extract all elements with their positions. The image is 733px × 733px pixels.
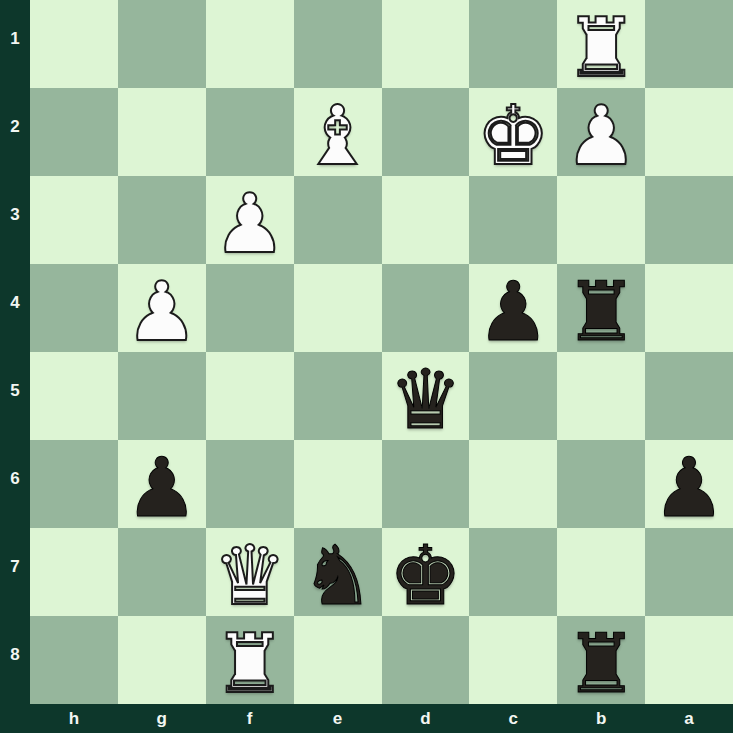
square-a2[interactable] bbox=[645, 88, 733, 176]
square-g4[interactable]: ♟ bbox=[118, 264, 206, 352]
square-h2[interactable] bbox=[30, 88, 118, 176]
square-d3[interactable] bbox=[382, 176, 470, 264]
square-e7[interactable]: ♞ bbox=[294, 528, 382, 616]
square-f5[interactable] bbox=[206, 352, 294, 440]
rank-label-5: 5 bbox=[0, 352, 30, 440]
square-b6[interactable] bbox=[557, 440, 645, 528]
square-e6[interactable] bbox=[294, 440, 382, 528]
square-c7[interactable] bbox=[469, 528, 557, 616]
square-f4[interactable] bbox=[206, 264, 294, 352]
square-f6[interactable] bbox=[206, 440, 294, 528]
file-label-h: h bbox=[30, 704, 118, 733]
chess-board: ♜♝♚♟♟♟♟♜♛♟♟♛♞♚♜♜ bbox=[30, 0, 733, 704]
black-pawn-c4[interactable]: ♟ bbox=[477, 271, 551, 353]
white-king-c2[interactable]: ♚ bbox=[477, 95, 551, 177]
square-d8[interactable] bbox=[382, 616, 470, 704]
white-queen-f7[interactable]: ♛ bbox=[213, 535, 287, 617]
square-c1[interactable] bbox=[469, 0, 557, 88]
square-a1[interactable] bbox=[645, 0, 733, 88]
file-label-e: e bbox=[294, 704, 382, 733]
rank-label-7: 7 bbox=[0, 528, 30, 616]
rank-label-2: 2 bbox=[0, 88, 30, 176]
black-pawn-a6[interactable]: ♟ bbox=[652, 447, 726, 529]
square-d1[interactable] bbox=[382, 0, 470, 88]
square-h5[interactable] bbox=[30, 352, 118, 440]
square-e5[interactable] bbox=[294, 352, 382, 440]
rank-label-4: 4 bbox=[0, 264, 30, 352]
file-label-c: c bbox=[469, 704, 557, 733]
rank-label-8: 8 bbox=[0, 616, 30, 704]
square-g7[interactable] bbox=[118, 528, 206, 616]
square-a7[interactable] bbox=[645, 528, 733, 616]
square-b7[interactable] bbox=[557, 528, 645, 616]
square-g8[interactable] bbox=[118, 616, 206, 704]
square-e3[interactable] bbox=[294, 176, 382, 264]
square-c2[interactable]: ♚ bbox=[469, 88, 557, 176]
square-h1[interactable] bbox=[30, 0, 118, 88]
square-a4[interactable] bbox=[645, 264, 733, 352]
square-c5[interactable] bbox=[469, 352, 557, 440]
square-h7[interactable] bbox=[30, 528, 118, 616]
square-e1[interactable] bbox=[294, 0, 382, 88]
black-rook-b8[interactable]: ♜ bbox=[564, 623, 638, 705]
square-e8[interactable] bbox=[294, 616, 382, 704]
file-label-g: g bbox=[118, 704, 206, 733]
square-b4[interactable]: ♜ bbox=[557, 264, 645, 352]
square-g2[interactable] bbox=[118, 88, 206, 176]
square-b8[interactable]: ♜ bbox=[557, 616, 645, 704]
square-g1[interactable] bbox=[118, 0, 206, 88]
square-g6[interactable]: ♟ bbox=[118, 440, 206, 528]
square-b3[interactable] bbox=[557, 176, 645, 264]
file-label-a: a bbox=[645, 704, 733, 733]
square-c6[interactable] bbox=[469, 440, 557, 528]
square-d4[interactable] bbox=[382, 264, 470, 352]
square-d6[interactable] bbox=[382, 440, 470, 528]
black-rook-b4[interactable]: ♜ bbox=[564, 271, 638, 353]
square-h3[interactable] bbox=[30, 176, 118, 264]
black-knight-e7[interactable]: ♞ bbox=[301, 535, 375, 617]
white-rook-b1[interactable]: ♜ bbox=[564, 7, 638, 89]
rank-label-1: 1 bbox=[0, 0, 30, 88]
square-f7[interactable]: ♛ bbox=[206, 528, 294, 616]
chess-board-panel: 12345678 ♜♝♚♟♟♟♟♜♛♟♟♛♞♚♜♜ hgfedcba bbox=[0, 0, 733, 733]
square-a8[interactable] bbox=[645, 616, 733, 704]
black-queen-d5[interactable]: ♛ bbox=[389, 359, 463, 441]
square-d5[interactable]: ♛ bbox=[382, 352, 470, 440]
square-e4[interactable] bbox=[294, 264, 382, 352]
square-g3[interactable] bbox=[118, 176, 206, 264]
square-b2[interactable]: ♟ bbox=[557, 88, 645, 176]
square-e2[interactable]: ♝ bbox=[294, 88, 382, 176]
square-h4[interactable] bbox=[30, 264, 118, 352]
file-label-d: d bbox=[382, 704, 470, 733]
square-a5[interactable] bbox=[645, 352, 733, 440]
square-d2[interactable] bbox=[382, 88, 470, 176]
white-pawn-b2[interactable]: ♟ bbox=[564, 95, 638, 177]
square-b1[interactable]: ♜ bbox=[557, 0, 645, 88]
square-d7[interactable]: ♚ bbox=[382, 528, 470, 616]
square-c4[interactable]: ♟ bbox=[469, 264, 557, 352]
square-f1[interactable] bbox=[206, 0, 294, 88]
rank-label-3: 3 bbox=[0, 176, 30, 264]
white-bishop-e2[interactable]: ♝ bbox=[301, 95, 375, 177]
square-c8[interactable] bbox=[469, 616, 557, 704]
square-a3[interactable] bbox=[645, 176, 733, 264]
square-c3[interactable] bbox=[469, 176, 557, 264]
rank-label-6: 6 bbox=[0, 440, 30, 528]
square-f3[interactable]: ♟ bbox=[206, 176, 294, 264]
square-h6[interactable] bbox=[30, 440, 118, 528]
black-pawn-g6[interactable]: ♟ bbox=[125, 447, 199, 529]
white-rook-f8[interactable]: ♜ bbox=[213, 623, 287, 705]
rank-labels: 12345678 bbox=[0, 0, 30, 704]
square-b5[interactable] bbox=[557, 352, 645, 440]
square-f2[interactable] bbox=[206, 88, 294, 176]
white-pawn-g4[interactable]: ♟ bbox=[125, 271, 199, 353]
board-corner bbox=[0, 704, 30, 733]
white-pawn-f3[interactable]: ♟ bbox=[213, 183, 287, 265]
square-h8[interactable] bbox=[30, 616, 118, 704]
black-king-d7[interactable]: ♚ bbox=[389, 535, 463, 617]
square-a6[interactable]: ♟ bbox=[645, 440, 733, 528]
square-f8[interactable]: ♜ bbox=[206, 616, 294, 704]
square-g5[interactable] bbox=[118, 352, 206, 440]
